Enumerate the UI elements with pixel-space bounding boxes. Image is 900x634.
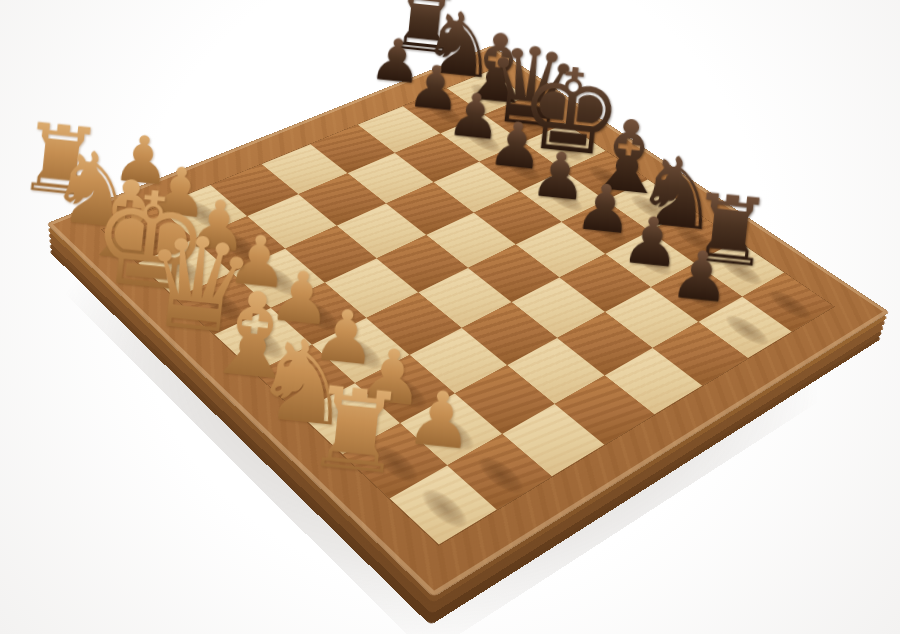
chess-photo-scene: ♜♞♝♛♚♝♞♜♟♟♟♟♟♟♟♟♟♟♟♟♟♟♟♟♜♞♝♚♛♝♞♜ [0, 0, 900, 634]
board-frame: ♜♞♝♛♚♝♞♜♟♟♟♟♟♟♟♟♟♟♟♟♟♟♟♟♜♞♝♚♛♝♞♜ [46, 46, 890, 598]
white-rook-icon: ♜ [301, 372, 411, 487]
white-pawn-icon: ♟ [403, 380, 478, 459]
playing-area: ♜♞♝♛♚♝♞♜♟♟♟♟♟♟♟♟♟♟♟♟♟♟♟♟♜♞♝♚♛♝♞♜ [102, 71, 833, 545]
black-pawn-icon: ♟ [667, 241, 734, 311]
